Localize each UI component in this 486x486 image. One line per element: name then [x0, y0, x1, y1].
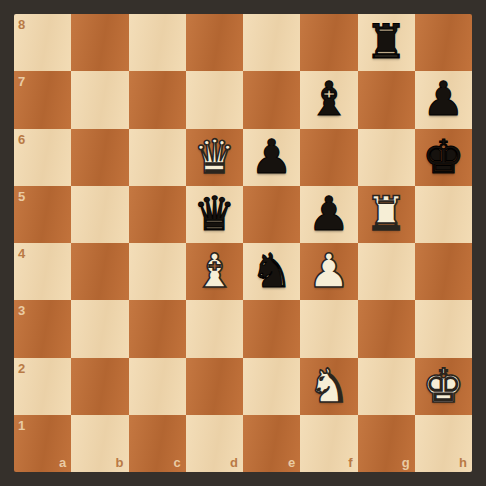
coord-rank-4: 4 — [18, 247, 25, 260]
coord-rank-2: 2 — [18, 362, 25, 375]
square-e1[interactable]: e — [243, 415, 300, 472]
black-pawn[interactable]: ♟ — [251, 133, 293, 180]
square-h7[interactable]: ♟ — [415, 71, 472, 128]
white-queen[interactable]: ♛ — [193, 133, 235, 180]
square-h8[interactable] — [415, 14, 472, 71]
square-b4[interactable] — [71, 243, 128, 300]
square-d8[interactable] — [186, 14, 243, 71]
coord-file-b: b — [116, 456, 124, 469]
square-e4[interactable]: ♞ — [243, 243, 300, 300]
square-g8[interactable]: ♜ — [358, 14, 415, 71]
square-g1[interactable]: g — [358, 415, 415, 472]
square-d6[interactable]: ♛ — [186, 129, 243, 186]
square-a1[interactable]: 1a — [14, 415, 71, 472]
square-d7[interactable] — [186, 71, 243, 128]
square-a5[interactable]: 5 — [14, 186, 71, 243]
coord-rank-7: 7 — [18, 75, 25, 88]
black-bishop[interactable]: ♝ — [308, 75, 350, 122]
square-f6[interactable] — [300, 129, 357, 186]
square-c4[interactable] — [129, 243, 186, 300]
coord-file-d: d — [230, 456, 238, 469]
square-b2[interactable] — [71, 358, 128, 415]
white-pawn[interactable]: ♟ — [308, 247, 350, 294]
square-a2[interactable]: 2 — [14, 358, 71, 415]
square-e5[interactable] — [243, 186, 300, 243]
square-f8[interactable] — [300, 14, 357, 71]
square-e3[interactable] — [243, 300, 300, 357]
square-c2[interactable] — [129, 358, 186, 415]
square-c3[interactable] — [129, 300, 186, 357]
coord-rank-3: 3 — [18, 304, 25, 317]
square-a8[interactable]: 8 — [14, 14, 71, 71]
square-h5[interactable] — [415, 186, 472, 243]
square-b7[interactable] — [71, 71, 128, 128]
square-h6[interactable]: ♚ — [415, 129, 472, 186]
square-h1[interactable]: h — [415, 415, 472, 472]
square-g3[interactable] — [358, 300, 415, 357]
coord-rank-8: 8 — [18, 18, 25, 31]
coord-file-c: c — [174, 456, 181, 469]
coord-file-h: h — [459, 456, 467, 469]
square-h2[interactable]: ♚ — [415, 358, 472, 415]
square-g5[interactable]: ♜ — [358, 186, 415, 243]
square-c5[interactable] — [129, 186, 186, 243]
square-b5[interactable] — [71, 186, 128, 243]
square-c8[interactable] — [129, 14, 186, 71]
square-d5[interactable]: ♛ — [186, 186, 243, 243]
square-b8[interactable] — [71, 14, 128, 71]
square-c1[interactable]: c — [129, 415, 186, 472]
square-f7[interactable]: ♝ — [300, 71, 357, 128]
coord-rank-6: 6 — [18, 133, 25, 146]
coord-rank-1: 1 — [18, 419, 25, 432]
white-knight[interactable]: ♞ — [308, 362, 350, 409]
coord-rank-5: 5 — [18, 190, 25, 203]
square-c6[interactable] — [129, 129, 186, 186]
black-rook[interactable]: ♜ — [365, 18, 407, 65]
square-h4[interactable] — [415, 243, 472, 300]
black-pawn[interactable]: ♟ — [308, 190, 350, 237]
square-f4[interactable]: ♟ — [300, 243, 357, 300]
square-g7[interactable] — [358, 71, 415, 128]
square-d1[interactable]: d — [186, 415, 243, 472]
square-g6[interactable] — [358, 129, 415, 186]
black-queen[interactable]: ♛ — [193, 190, 235, 237]
white-king[interactable]: ♚ — [422, 362, 464, 409]
coord-file-a: a — [59, 456, 66, 469]
square-b1[interactable]: b — [71, 415, 128, 472]
square-a4[interactable]: 4 — [14, 243, 71, 300]
square-d4[interactable]: ♝ — [186, 243, 243, 300]
square-a7[interactable]: 7 — [14, 71, 71, 128]
square-h3[interactable] — [415, 300, 472, 357]
square-b3[interactable] — [71, 300, 128, 357]
coord-file-g: g — [402, 456, 410, 469]
square-f1[interactable]: f — [300, 415, 357, 472]
square-f3[interactable] — [300, 300, 357, 357]
coord-file-e: e — [288, 456, 295, 469]
square-g2[interactable] — [358, 358, 415, 415]
square-e2[interactable] — [243, 358, 300, 415]
square-e6[interactable]: ♟ — [243, 129, 300, 186]
square-g4[interactable] — [358, 243, 415, 300]
square-b6[interactable] — [71, 129, 128, 186]
square-d2[interactable] — [186, 358, 243, 415]
white-bishop[interactable]: ♝ — [193, 247, 235, 294]
square-d3[interactable] — [186, 300, 243, 357]
white-rook[interactable]: ♜ — [365, 190, 407, 237]
black-knight[interactable]: ♞ — [251, 247, 293, 294]
coord-file-f: f — [348, 456, 352, 469]
square-e8[interactable] — [243, 14, 300, 71]
board-frame: 8♜7♝♟6♛♟♚5♛♟♜4♝♞♟32♞♚1abcdefgh — [0, 0, 486, 486]
black-pawn[interactable]: ♟ — [422, 75, 464, 122]
square-c7[interactable] — [129, 71, 186, 128]
chess-board: 8♜7♝♟6♛♟♚5♛♟♜4♝♞♟32♞♚1abcdefgh — [14, 14, 472, 472]
square-a6[interactable]: 6 — [14, 129, 71, 186]
black-king[interactable]: ♚ — [422, 133, 464, 180]
square-e7[interactable] — [243, 71, 300, 128]
square-f5[interactable]: ♟ — [300, 186, 357, 243]
square-a3[interactable]: 3 — [14, 300, 71, 357]
square-f2[interactable]: ♞ — [300, 358, 357, 415]
